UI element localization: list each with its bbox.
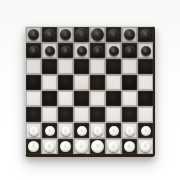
square-h2[interactable]: ♟ [138,123,153,138]
square-b4[interactable] [42,91,57,106]
piece-symbol: ♟ [95,48,100,54]
square-a8[interactable]: ♜ [26,27,41,42]
square-h1[interactable]: ♜ [138,139,153,154]
piece-symbol: ♞ [46,31,52,38]
square-f6[interactable] [106,59,121,74]
square-g4[interactable] [122,91,137,106]
product-photo-scene: ♜♞♝♛♚♝♞♜♟♟♟♟♟♟♟♟♟♟♟♟♟♟♟♟♜♞♝♛♚♝♞♜ [0,0,180,180]
piece-black-pawn[interactable]: ♟ [29,46,39,56]
piece-symbol: ♟ [143,128,148,134]
piece-symbol: ♛ [78,31,84,38]
chess-board: ♜♞♝♛♚♝♞♜♟♟♟♟♟♟♟♟♟♟♟♟♟♟♟♟♜♞♝♛♚♝♞♜ [25,26,155,157]
piece-symbol: ♛ [78,143,84,150]
piece-symbol: ♟ [143,48,148,54]
square-e7[interactable]: ♟ [90,43,105,58]
piece-black-bishop[interactable]: ♝ [60,29,72,41]
piece-black-bishop[interactable]: ♝ [108,29,120,41]
board-grid: ♜♞♝♛♚♝♞♜♟♟♟♟♟♟♟♟♟♟♟♟♟♟♟♟♜♞♝♛♚♝♞♜ [26,27,153,154]
piece-white-knight[interactable]: ♞ [44,141,56,153]
piece-white-rook[interactable]: ♜ [28,141,39,152]
square-b5[interactable] [42,75,57,90]
square-a7[interactable]: ♟ [26,43,41,58]
square-d6[interactable] [74,59,89,74]
square-f1[interactable]: ♝ [106,139,121,154]
square-f7[interactable]: ♟ [106,43,121,58]
square-c2[interactable]: ♟ [58,123,73,138]
square-a6[interactable] [26,59,41,74]
square-a4[interactable] [26,91,41,106]
piece-symbol: ♟ [31,48,36,54]
piece-black-knight[interactable]: ♞ [124,29,136,41]
piece-white-bishop[interactable]: ♝ [108,141,120,153]
piece-symbol: ♜ [30,31,36,38]
piece-symbol: ♟ [111,128,116,134]
square-b1[interactable]: ♞ [42,139,57,154]
piece-symbol: ♟ [79,48,84,54]
piece-black-rook[interactable]: ♜ [28,29,39,40]
piece-symbol: ♚ [94,143,100,150]
piece-symbol: ♜ [142,143,148,150]
square-e6[interactable] [90,59,105,74]
piece-white-queen[interactable]: ♛ [75,140,88,153]
piece-symbol: ♟ [47,48,52,54]
square-h7[interactable]: ♟ [138,43,153,58]
square-g3[interactable] [122,107,137,122]
piece-symbol: ♞ [46,143,52,150]
square-f5[interactable] [106,75,121,90]
square-f3[interactable] [106,107,121,122]
piece-white-pawn[interactable]: ♟ [29,126,39,136]
piece-black-king[interactable]: ♚ [91,28,104,41]
square-g1[interactable]: ♞ [122,139,137,154]
square-g7[interactable]: ♟ [122,43,137,58]
piece-symbol: ♜ [30,143,36,150]
piece-symbol: ♝ [62,31,68,38]
piece-black-pawn[interactable]: ♟ [77,46,87,56]
piece-symbol: ♟ [47,128,52,134]
piece-symbol: ♚ [94,31,100,38]
square-c3[interactable] [58,107,73,122]
piece-symbol: ♟ [127,128,132,134]
square-d4[interactable] [74,91,89,106]
square-c4[interactable] [58,91,73,106]
square-e3[interactable] [90,107,105,122]
square-g6[interactable] [122,59,137,74]
square-b6[interactable] [42,59,57,74]
square-d8[interactable]: ♛ [74,27,89,42]
square-d5[interactable] [74,75,89,90]
square-h8[interactable]: ♜ [138,27,153,42]
square-d3[interactable] [74,107,89,122]
piece-black-queen[interactable]: ♛ [75,28,88,41]
square-e1[interactable]: ♚ [90,139,105,154]
square-e2[interactable]: ♟ [90,123,105,138]
piece-black-knight[interactable]: ♞ [44,29,56,41]
square-b7[interactable]: ♟ [42,43,57,58]
piece-symbol: ♟ [79,128,84,134]
square-g5[interactable] [122,75,137,90]
piece-symbol: ♟ [95,128,100,134]
square-a2[interactable]: ♟ [26,123,41,138]
square-c7[interactable]: ♟ [58,43,73,58]
square-b3[interactable] [42,107,57,122]
piece-white-pawn[interactable]: ♟ [45,126,55,136]
piece-white-pawn[interactable]: ♟ [61,126,71,136]
square-c1[interactable]: ♝ [58,139,73,154]
piece-symbol: ♜ [142,31,148,38]
piece-black-pawn[interactable]: ♟ [125,46,135,56]
piece-white-pawn[interactable]: ♟ [93,126,103,136]
square-c6[interactable] [58,59,73,74]
square-a1[interactable]: ♜ [26,139,41,154]
square-g2[interactable]: ♟ [122,123,137,138]
square-f8[interactable]: ♝ [106,27,121,42]
square-c8[interactable]: ♝ [58,27,73,42]
piece-symbol: ♟ [31,128,36,134]
piece-white-pawn[interactable]: ♟ [109,126,119,136]
piece-white-pawn[interactable]: ♟ [141,126,151,136]
square-f2[interactable]: ♟ [106,123,121,138]
square-d1[interactable]: ♛ [74,139,89,154]
piece-white-pawn[interactable]: ♟ [77,126,87,136]
square-a3[interactable] [26,107,41,122]
piece-symbol: ♝ [110,31,116,38]
piece-black-pawn[interactable]: ♟ [61,46,71,56]
piece-symbol: ♟ [63,48,68,54]
square-h6[interactable] [138,59,153,74]
piece-symbol: ♟ [111,48,116,54]
piece-symbol: ♟ [127,48,132,54]
piece-white-bishop[interactable]: ♝ [60,141,72,153]
piece-symbol: ♞ [126,31,132,38]
square-f4[interactable] [106,91,121,106]
piece-white-knight[interactable]: ♞ [124,141,136,153]
square-h5[interactable] [138,75,153,90]
piece-symbol: ♟ [63,128,68,134]
square-d2[interactable]: ♟ [74,123,89,138]
square-b8[interactable]: ♞ [42,27,57,42]
piece-symbol: ♞ [126,143,132,150]
piece-white-king[interactable]: ♚ [91,140,104,153]
square-b2[interactable]: ♟ [42,123,57,138]
piece-symbol: ♝ [62,143,68,150]
piece-black-pawn[interactable]: ♟ [45,46,55,56]
piece-black-pawn[interactable]: ♟ [141,46,151,56]
piece-symbol: ♝ [110,143,116,150]
square-e8[interactable]: ♚ [90,27,105,42]
square-e4[interactable] [90,91,105,106]
square-g8[interactable]: ♞ [122,27,137,42]
square-h4[interactable] [138,91,153,106]
square-d7[interactable]: ♟ [74,43,89,58]
piece-black-pawn[interactable]: ♟ [93,46,103,56]
square-c5[interactable] [58,75,73,90]
piece-white-pawn[interactable]: ♟ [125,126,135,136]
piece-black-pawn[interactable]: ♟ [109,46,119,56]
piece-black-rook[interactable]: ♜ [140,29,151,40]
piece-white-rook[interactable]: ♜ [140,141,151,152]
square-a5[interactable] [26,75,41,90]
square-h3[interactable] [138,107,153,122]
square-e5[interactable] [90,75,105,90]
